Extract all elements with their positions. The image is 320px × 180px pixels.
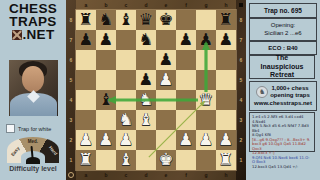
trap-number-box: Trap no. 695: [249, 3, 317, 18]
file-label-e: e: [156, 0, 176, 10]
square-f3: [176, 110, 196, 130]
file-label-c: c: [116, 0, 136, 10]
promo-line1: 1,000+ chess: [270, 85, 310, 92]
white-king-e1: ♚: [156, 150, 176, 170]
file-label-h: h: [216, 0, 236, 10]
square-d4: ♞: [136, 90, 156, 110]
rank-labels-right: 87654321: [236, 10, 246, 170]
gauge-hub: [26, 157, 40, 164]
file-label-a: a: [76, 0, 96, 10]
file-label-d: d: [136, 0, 156, 10]
square-e4: [156, 90, 176, 110]
square-g5: [196, 70, 216, 90]
opening-label: Opening:: [250, 22, 316, 30]
opening-value: Sicilian 2 ...e6: [250, 30, 316, 38]
white-pawn-e5: ♟: [156, 70, 176, 90]
trap-name-box: The Inauspicious Retreat: [249, 55, 315, 79]
square-e1: ♚: [156, 150, 176, 170]
square-d7: ♞: [136, 30, 156, 50]
square-b2: ♟: [96, 130, 116, 150]
square-a3: [76, 110, 96, 130]
white-rook-h1: ♜: [216, 150, 236, 170]
rank-labels-left: 87654321: [66, 10, 76, 170]
square-h1: ♜: [216, 150, 236, 170]
white-queen-g4: ♛: [196, 90, 216, 110]
file-label-b: b: [96, 170, 116, 180]
white-pawn-f2: ♟: [176, 130, 196, 150]
opening-box: Opening: Sicilian 2 ...e6: [249, 18, 317, 41]
square-e6: ♟: [156, 50, 176, 70]
square-f5: [176, 70, 196, 90]
file-labels-bottom: abcdefgh: [76, 170, 236, 180]
square-b7: ♟: [96, 30, 116, 50]
square-d1: [136, 150, 156, 170]
square-c1: ♝: [116, 150, 136, 170]
white-pawn-a2: ♟: [76, 130, 96, 150]
square-h8: ♜: [216, 10, 236, 30]
square-f6: [176, 50, 196, 70]
square-h6: [216, 50, 236, 70]
board-grid: ♜♞♝♛♚♜♟♟♞♟♟♟♟♟♟♝♞♛♞♝♟♟♟♟♟♟♜♝♚♜: [76, 10, 236, 170]
difficulty-level-label: Difficulty level: [0, 165, 66, 172]
white-rook-a1: ♜: [76, 150, 96, 170]
black-pawn-e6: ♟: [156, 50, 176, 70]
black-king-e8: ♚: [156, 10, 176, 30]
rank-label-6: 6: [66, 50, 76, 70]
file-label-a: a: [76, 170, 96, 180]
square-e8: ♚: [156, 10, 176, 30]
trap-number: Trap no. 695: [250, 7, 316, 14]
square-g3: [196, 110, 216, 130]
chesstraps-logo: CHESS TRAPS .NET: [0, 2, 66, 41]
black-pawn-f7: ♟: [176, 30, 196, 50]
move-line-8: 12.bxc3 Qa5 13.Qd4 +/-: [252, 165, 312, 170]
square-g8: [196, 10, 216, 30]
square-a5: [76, 70, 96, 90]
black-knight-b8: ♞: [96, 10, 116, 30]
rank-label-7: 7: [236, 30, 246, 50]
black-pawn-h7: ♟: [216, 30, 236, 50]
white-bishop-d3: ♝: [136, 110, 156, 130]
file-label-e: e: [156, 170, 176, 180]
square-b4: ♝: [96, 90, 116, 110]
square-c4: [116, 90, 136, 110]
file-label-f: f: [176, 0, 196, 10]
file-label-b: b: [96, 0, 116, 10]
knight-badge-icon: ♞: [256, 86, 268, 98]
square-d5: ♟: [136, 70, 156, 90]
promo-line2: opening traps: [270, 92, 310, 99]
square-c8: ♝: [116, 10, 136, 30]
rank-label-5: 5: [66, 70, 76, 90]
rank-label-6: 6: [236, 50, 246, 70]
square-a8: ♜: [76, 10, 96, 30]
square-b3: [96, 110, 116, 130]
white-pawn-h2: ♟: [216, 130, 236, 150]
square-f4: [176, 90, 196, 110]
square-g7: ♟: [196, 30, 216, 50]
rank-label-4: 4: [236, 90, 246, 110]
white-pawn-g2: ♟: [196, 130, 216, 150]
difficulty-gauge: Easy Med. Hard: [7, 137, 59, 163]
crossed-square-icon: [12, 30, 22, 40]
black-pawn-b7: ♟: [96, 30, 116, 50]
promo-box: ♞ 1,000+ chess opening traps www.chesstr…: [249, 81, 317, 111]
corner-mark-square: [239, 3, 243, 7]
square-c3: ♞: [116, 110, 136, 130]
square-h7: ♟: [216, 30, 236, 50]
photo-face: [22, 66, 44, 92]
square-e5: ♟: [156, 70, 176, 90]
black-pawn-g7: ♟: [196, 30, 216, 50]
trap-for-white-label: Trap for white: [18, 126, 51, 132]
square-b6: [96, 50, 116, 70]
square-h5: [216, 70, 236, 90]
square-b8: ♞: [96, 10, 116, 30]
square-h4: [216, 90, 236, 110]
square-d3: ♝: [136, 110, 156, 130]
black-pawn-a7: ♟: [76, 30, 96, 50]
square-e7: [156, 30, 176, 50]
file-label-f: f: [176, 170, 196, 180]
square-f2: ♟: [176, 130, 196, 150]
eco-box: ECO : B40: [249, 41, 317, 55]
black-bishop-b4: ♝: [96, 90, 116, 110]
square-g6: [196, 50, 216, 70]
black-pawn-d5: ♟: [136, 70, 156, 90]
square-h2: ♟: [216, 130, 236, 150]
file-label-h: h: [216, 170, 236, 180]
chessboard: abcdefgh abcdefgh 87654321 87654321 ♜♞♝♛…: [66, 0, 246, 180]
file-label-d: d: [136, 170, 156, 180]
logo-text-net: .NET: [23, 28, 55, 41]
file-labels-top: abcdefgh: [76, 0, 236, 10]
website-url[interactable]: www.chesstraps.net: [250, 100, 316, 107]
square-d2: [136, 130, 156, 150]
square-a4: [76, 90, 96, 110]
rank-label-1: 1: [236, 150, 246, 170]
square-g4: ♛: [196, 90, 216, 110]
trap-for-white-checkbox[interactable]: [6, 124, 15, 133]
rank-label-4: 4: [66, 90, 76, 110]
black-queen-d8: ♛: [136, 10, 156, 30]
rank-label-3: 3: [66, 110, 76, 130]
square-a2: ♟: [76, 130, 96, 150]
gauge-med-label: Med.: [28, 139, 38, 144]
rank-label-8: 8: [66, 10, 76, 30]
info-panel: Trap no. 695 Opening: Sicilian 2 ...e6 E…: [246, 0, 320, 180]
trap-name: The Inauspicious Retreat: [254, 54, 310, 80]
square-a7: ♟: [76, 30, 96, 50]
presenter-photo: [9, 60, 58, 116]
black-knight-d7: ♞: [136, 30, 156, 50]
rank-label-1: 1: [66, 150, 76, 170]
square-c2: ♟: [116, 130, 136, 150]
square-b5: [96, 70, 116, 90]
black-bishop-c8: ♝: [116, 10, 136, 30]
square-a6: [76, 50, 96, 70]
trap-for-white-row: Trap for white: [6, 124, 51, 133]
square-e2: [156, 130, 176, 150]
black-rook-a8: ♜: [76, 10, 96, 30]
rank-label-2: 2: [236, 130, 246, 150]
square-c6: [116, 50, 136, 70]
square-d8: ♛: [136, 10, 156, 30]
square-f1: [176, 150, 196, 170]
square-h3: [216, 110, 236, 130]
square-a1: ♜: [76, 150, 96, 170]
move-list-box: 1.e4 c5 2.Nf3 e6 3.d4 cxd4 4.Nxd4Nf6 5.N…: [249, 112, 315, 152]
square-c5: [116, 70, 136, 90]
square-d6: [136, 50, 156, 70]
white-pawn-b2: ♟: [96, 130, 116, 150]
rank-label-2: 2: [66, 130, 76, 150]
video-frame: CHESS TRAPS .NET Trap for white Easy Med…: [0, 0, 320, 180]
file-label-g: g: [196, 0, 216, 10]
white-knight-c3: ♞: [116, 110, 136, 130]
rank-label-7: 7: [66, 30, 76, 50]
rank-label-8: 8: [236, 10, 246, 30]
file-label-g: g: [196, 170, 216, 180]
square-f8: [176, 10, 196, 30]
corner-mark-circle: [68, 172, 74, 178]
rank-label-5: 5: [236, 70, 246, 90]
square-e3: [156, 110, 176, 130]
eco-code: ECO : B40: [250, 45, 316, 51]
square-g2: ♟: [196, 130, 216, 150]
white-bishop-c1: ♝: [116, 150, 136, 170]
black-rook-h8: ♜: [216, 10, 236, 30]
square-c7: [116, 30, 136, 50]
square-b1: [96, 150, 116, 170]
left-panel: CHESS TRAPS .NET Trap for white Easy Med…: [0, 0, 66, 180]
square-g1: [196, 150, 216, 170]
file-label-c: c: [116, 170, 136, 180]
white-pawn-c2: ♟: [116, 130, 136, 150]
rank-label-3: 3: [236, 110, 246, 130]
white-knight-d4: ♞: [136, 90, 156, 110]
square-f7: ♟: [176, 30, 196, 50]
